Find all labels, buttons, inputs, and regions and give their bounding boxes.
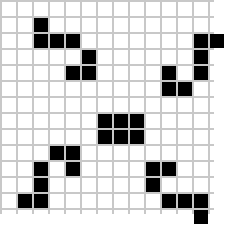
- grid-cell-r0c7[interactable]: [114, 2, 128, 16]
- grid-cell-r1c7[interactable]: [114, 18, 128, 32]
- grid-cell-r1c8[interactable]: [130, 18, 144, 32]
- grid-cell-r10c4[interactable]: [66, 162, 80, 176]
- grid-cell-r9c0[interactable]: [2, 146, 16, 160]
- grid-cell-r13c9[interactable]: [146, 210, 160, 224]
- grid-cell-r2c11[interactable]: [178, 34, 192, 48]
- grid-cell-r4c14[interactable]: [226, 66, 240, 80]
- grid-cell-r14c1[interactable]: [18, 226, 32, 240]
- grid-cell-r0c2[interactable]: [34, 2, 48, 16]
- grid-cell-r5c8[interactable]: [130, 82, 144, 96]
- grid-cell-r6c5[interactable]: [82, 98, 96, 112]
- grid-cell-r8c14[interactable]: [226, 130, 240, 144]
- grid-cell-r5c11[interactable]: [178, 82, 192, 96]
- grid-cell-r2c14[interactable]: [226, 34, 240, 48]
- grid-cell-r3c14[interactable]: [226, 50, 240, 64]
- grid-cell-r4c2[interactable]: [34, 66, 48, 80]
- grid-cell-r1c5[interactable]: [82, 18, 96, 32]
- grid-cell-r8c7[interactable]: [114, 130, 128, 144]
- grid-cell-r2c4[interactable]: [66, 34, 80, 48]
- grid-cell-r14c7[interactable]: [114, 226, 128, 240]
- grid-cell-r7c7[interactable]: [114, 114, 128, 128]
- grid-cell-r8c1[interactable]: [18, 130, 32, 144]
- grid-cell-r8c10[interactable]: [162, 130, 176, 144]
- grid-cell-r10c3[interactable]: [50, 162, 64, 176]
- grid-cell-r4c6[interactable]: [98, 66, 112, 80]
- grid-cell-r5c6[interactable]: [98, 82, 112, 96]
- grid-cell-r7c12[interactable]: [194, 114, 208, 128]
- grid-cell-r11c9[interactable]: [146, 178, 160, 192]
- grid-cell-r3c4[interactable]: [66, 50, 80, 64]
- grid-cell-r12c0[interactable]: [2, 194, 16, 208]
- grid-cell-r6c6[interactable]: [98, 98, 112, 112]
- grid-cell-r13c7[interactable]: [114, 210, 128, 224]
- grid-cell-r10c2[interactable]: [34, 162, 48, 176]
- grid-cell-r12c13[interactable]: [210, 194, 224, 208]
- grid-cell-r2c6[interactable]: [98, 34, 112, 48]
- grid-cell-r2c5[interactable]: [82, 34, 96, 48]
- grid-cell-r0c1[interactable]: [18, 2, 32, 16]
- grid-cell-r6c8[interactable]: [130, 98, 144, 112]
- grid-cell-r8c8[interactable]: [130, 130, 144, 144]
- grid-cell-r4c13[interactable]: [210, 66, 224, 80]
- grid-cell-r3c10[interactable]: [162, 50, 176, 64]
- grid-cell-r9c11[interactable]: [178, 146, 192, 160]
- grid-cell-r7c10[interactable]: [162, 114, 176, 128]
- grid-cell-r1c0[interactable]: [2, 18, 16, 32]
- grid-cell-r0c12[interactable]: [194, 2, 208, 16]
- grid-cell-r3c8[interactable]: [130, 50, 144, 64]
- grid-cell-r14c12[interactable]: [194, 226, 208, 240]
- grid-cell-r11c7[interactable]: [114, 178, 128, 192]
- grid-cell-r14c6[interactable]: [98, 226, 112, 240]
- grid-cell-r8c0[interactable]: [2, 130, 16, 144]
- grid-cell-r7c1[interactable]: [18, 114, 32, 128]
- grid-cell-r14c9[interactable]: [146, 226, 160, 240]
- grid-cell-r7c5[interactable]: [82, 114, 96, 128]
- grid-cell-r5c14[interactable]: [226, 82, 240, 96]
- grid-cell-r13c0[interactable]: [2, 210, 16, 224]
- grid-cell-r11c11[interactable]: [178, 178, 192, 192]
- grid-cell-r7c4[interactable]: [66, 114, 80, 128]
- grid-cell-r1c12[interactable]: [194, 18, 208, 32]
- grid-cell-r3c12[interactable]: [194, 50, 208, 64]
- grid-cell-r4c3[interactable]: [50, 66, 64, 80]
- grid-cell-r12c8[interactable]: [130, 194, 144, 208]
- grid-cell-r5c2[interactable]: [34, 82, 48, 96]
- grid-cell-r0c3[interactable]: [50, 2, 64, 16]
- grid-cell-r5c13[interactable]: [210, 82, 224, 96]
- grid-cell-r7c14[interactable]: [226, 114, 240, 128]
- grid-cell-r12c5[interactable]: [82, 194, 96, 208]
- grid-cell-r9c7[interactable]: [114, 146, 128, 160]
- grid-cell-r5c3[interactable]: [50, 82, 64, 96]
- grid-cell-r2c8[interactable]: [130, 34, 144, 48]
- grid-cell-r3c1[interactable]: [18, 50, 32, 64]
- grid-cell-r10c1[interactable]: [18, 162, 32, 176]
- grid-cell-r11c3[interactable]: [50, 178, 64, 192]
- grid-cell-r13c11[interactable]: [178, 210, 192, 224]
- grid-cell-r14c13[interactable]: [210, 226, 224, 240]
- grid-cell-r3c7[interactable]: [114, 50, 128, 64]
- grid-cell-r0c0[interactable]: [2, 2, 16, 16]
- grid-cell-r6c0[interactable]: [2, 98, 16, 112]
- grid-cell-r1c9[interactable]: [146, 18, 160, 32]
- grid-cell-r8c4[interactable]: [66, 130, 80, 144]
- grid-cell-r1c14[interactable]: [226, 18, 240, 32]
- grid-cell-r3c9[interactable]: [146, 50, 160, 64]
- grid-cell-r7c13[interactable]: [210, 114, 224, 128]
- grid-cell-r0c13[interactable]: [210, 2, 224, 16]
- grid-cell-r8c6[interactable]: [98, 130, 112, 144]
- grid-cell-r10c8[interactable]: [130, 162, 144, 176]
- grid-cell-r9c1[interactable]: [18, 146, 32, 160]
- grid-cell-r7c11[interactable]: [178, 114, 192, 128]
- grid-cell-r9c4[interactable]: [66, 146, 80, 160]
- grid-cell-r4c1[interactable]: [18, 66, 32, 80]
- grid-cell-r13c13[interactable]: [210, 210, 224, 224]
- grid-cell-r14c5[interactable]: [82, 226, 96, 240]
- grid-cell-r5c5[interactable]: [82, 82, 96, 96]
- grid-cell-r10c12[interactable]: [194, 162, 208, 176]
- grid-cell-r1c11[interactable]: [178, 18, 192, 32]
- grid-cell-r2c1[interactable]: [18, 34, 32, 48]
- grid-cell-r11c6[interactable]: [98, 178, 112, 192]
- grid-cell-r12c2[interactable]: [34, 194, 48, 208]
- grid-cell-r14c2[interactable]: [34, 226, 48, 240]
- grid-cell-r13c2[interactable]: [34, 210, 48, 224]
- grid-cell-r6c9[interactable]: [146, 98, 160, 112]
- grid-cell-r9c2[interactable]: [34, 146, 48, 160]
- grid-cell-r9c9[interactable]: [146, 146, 160, 160]
- grid-cell-r12c14[interactable]: [226, 194, 240, 208]
- grid-cell-r9c8[interactable]: [130, 146, 144, 160]
- grid-cell-r14c14[interactable]: [226, 226, 240, 240]
- grid-cell-r5c12[interactable]: [194, 82, 208, 96]
- grid-cell-r9c14[interactable]: [226, 146, 240, 160]
- grid-cell-r9c10[interactable]: [162, 146, 176, 160]
- grid-cell-r7c6[interactable]: [98, 114, 112, 128]
- grid-cell-r11c14[interactable]: [226, 178, 240, 192]
- grid-cell-r0c4[interactable]: [66, 2, 80, 16]
- grid-cell-r9c12[interactable]: [194, 146, 208, 160]
- grid-cell-r3c0[interactable]: [2, 50, 16, 64]
- grid-cell-r6c10[interactable]: [162, 98, 176, 112]
- grid-cell-r12c10[interactable]: [162, 194, 176, 208]
- grid-cell-r7c9[interactable]: [146, 114, 160, 128]
- grid-cell-r0c9[interactable]: [146, 2, 160, 16]
- grid-cell-r11c12[interactable]: [194, 178, 208, 192]
- grid-cell-r5c1[interactable]: [18, 82, 32, 96]
- grid-cell-r5c7[interactable]: [114, 82, 128, 96]
- grid-cell-r3c11[interactable]: [178, 50, 192, 64]
- grid-cell-r6c1[interactable]: [18, 98, 32, 112]
- grid-cell-r3c13[interactable]: [210, 50, 224, 64]
- grid-cell-r0c6[interactable]: [98, 2, 112, 16]
- grid-cell-r13c12[interactable]: [194, 210, 208, 224]
- grid-cell-r2c0[interactable]: [2, 34, 16, 48]
- grid-cell-r4c7[interactable]: [114, 66, 128, 80]
- puzzle-grid: [0, 0, 214, 214]
- grid-cell-r13c4[interactable]: [66, 210, 80, 224]
- grid-cell-r9c5[interactable]: [82, 146, 96, 160]
- grid-cell-r4c8[interactable]: [130, 66, 144, 80]
- grid-cell-r6c11[interactable]: [178, 98, 192, 112]
- grid-cell-r10c11[interactable]: [178, 162, 192, 176]
- grid-cell-r3c5[interactable]: [82, 50, 96, 64]
- grid-cell-r11c10[interactable]: [162, 178, 176, 192]
- grid-cell-r13c1[interactable]: [18, 210, 32, 224]
- grid-cell-r14c4[interactable]: [66, 226, 80, 240]
- grid-cell-r7c3[interactable]: [50, 114, 64, 128]
- grid-cell-r8c9[interactable]: [146, 130, 160, 144]
- grid-cell-r4c0[interactable]: [2, 66, 16, 80]
- grid-cell-r0c14[interactable]: [226, 2, 240, 16]
- grid-cell-r2c2[interactable]: [34, 34, 48, 48]
- grid-cell-r13c8[interactable]: [130, 210, 144, 224]
- grid-cell-r14c0[interactable]: [2, 226, 16, 240]
- grid-cell-r6c12[interactable]: [194, 98, 208, 112]
- grid-cell-r14c8[interactable]: [130, 226, 144, 240]
- grid-cell-r12c11[interactable]: [178, 194, 192, 208]
- grid-cell-r5c4[interactable]: [66, 82, 80, 96]
- grid-cell-r0c10[interactable]: [162, 2, 176, 16]
- grid-cell-r1c2[interactable]: [34, 18, 48, 32]
- grid-cell-r11c1[interactable]: [18, 178, 32, 192]
- grid-cell-r13c5[interactable]: [82, 210, 96, 224]
- grid-cell-r6c7[interactable]: [114, 98, 128, 112]
- grid-cell-r10c5[interactable]: [82, 162, 96, 176]
- grid-cell-r7c2[interactable]: [34, 114, 48, 128]
- grid-cell-r4c9[interactable]: [146, 66, 160, 80]
- grid-cell-r6c3[interactable]: [50, 98, 64, 112]
- grid-cell-r7c8[interactable]: [130, 114, 144, 128]
- grid-cell-r13c14[interactable]: [226, 210, 240, 224]
- grid-cell-r12c12[interactable]: [194, 194, 208, 208]
- grid-cell-r11c2[interactable]: [34, 178, 48, 192]
- grid-cell-r6c14[interactable]: [226, 98, 240, 112]
- grid-cell-r3c3[interactable]: [50, 50, 64, 64]
- grid-cell-r9c13[interactable]: [210, 146, 224, 160]
- grid-cell-r12c9[interactable]: [146, 194, 160, 208]
- grid-cell-r4c11[interactable]: [178, 66, 192, 80]
- grid-cell-r4c5[interactable]: [82, 66, 96, 80]
- grid-cell-r13c3[interactable]: [50, 210, 64, 224]
- grid-cell-r2c3[interactable]: [50, 34, 64, 48]
- grid-cell-r9c3[interactable]: [50, 146, 64, 160]
- grid-cell-r10c10[interactable]: [162, 162, 176, 176]
- grid-cell-r4c12[interactable]: [194, 66, 208, 80]
- grid-cell-r12c1[interactable]: [18, 194, 32, 208]
- grid-cell-r3c2[interactable]: [34, 50, 48, 64]
- grid-cell-r5c9[interactable]: [146, 82, 160, 96]
- grid-cell-r2c9[interactable]: [146, 34, 160, 48]
- grid-cell-r1c1[interactable]: [18, 18, 32, 32]
- grid-cell-r11c13[interactable]: [210, 178, 224, 192]
- grid-cell-r9c6[interactable]: [98, 146, 112, 160]
- grid-cell-r14c10[interactable]: [162, 226, 176, 240]
- grid-cell-r7c0[interactable]: [2, 114, 16, 128]
- grid-cell-r10c0[interactable]: [2, 162, 16, 176]
- grid-cell-r14c3[interactable]: [50, 226, 64, 240]
- grid-cell-r6c2[interactable]: [34, 98, 48, 112]
- grid-cell-r0c8[interactable]: [130, 2, 144, 16]
- grid-cell-r10c6[interactable]: [98, 162, 112, 176]
- grid-cell-r2c10[interactable]: [162, 34, 176, 48]
- grid-cell-r12c6[interactable]: [98, 194, 112, 208]
- grid-cell-r8c5[interactable]: [82, 130, 96, 144]
- grid-cell-r6c4[interactable]: [66, 98, 80, 112]
- grid-cell-r8c13[interactable]: [210, 130, 224, 144]
- grid-cell-r10c9[interactable]: [146, 162, 160, 176]
- grid-cell-r0c11[interactable]: [178, 2, 192, 16]
- grid-cell-r10c13[interactable]: [210, 162, 224, 176]
- grid-cell-r12c3[interactable]: [50, 194, 64, 208]
- grid-cell-r11c8[interactable]: [130, 178, 144, 192]
- grid-cell-r8c12[interactable]: [194, 130, 208, 144]
- grid-cell-r5c10[interactable]: [162, 82, 176, 96]
- grid-cell-r13c6[interactable]: [98, 210, 112, 224]
- grid-cell-r12c7[interactable]: [114, 194, 128, 208]
- grid-cell-r11c5[interactable]: [82, 178, 96, 192]
- grid-cell-r8c11[interactable]: [178, 130, 192, 144]
- grid-cell-r6c13[interactable]: [210, 98, 224, 112]
- grid-cell-r13c10[interactable]: [162, 210, 176, 224]
- grid-cell-r8c3[interactable]: [50, 130, 64, 144]
- grid-cell-r8c2[interactable]: [34, 130, 48, 144]
- grid-cell-r12c4[interactable]: [66, 194, 80, 208]
- grid-cell-r10c7[interactable]: [114, 162, 128, 176]
- grid-cell-r2c7[interactable]: [114, 34, 128, 48]
- grid-cell-r2c13[interactable]: [210, 34, 224, 48]
- grid-cell-r1c10[interactable]: [162, 18, 176, 32]
- grid-cell-r11c4[interactable]: [66, 178, 80, 192]
- grid-cell-r1c13[interactable]: [210, 18, 224, 32]
- grid-cell-r5c0[interactable]: [2, 82, 16, 96]
- grid-cell-r11c0[interactable]: [2, 178, 16, 192]
- grid-cell-r14c11[interactable]: [178, 226, 192, 240]
- grid-cell-r10c14[interactable]: [226, 162, 240, 176]
- grid-cell-r4c4[interactable]: [66, 66, 80, 80]
- grid-cell-r0c5[interactable]: [82, 2, 96, 16]
- grid-cell-r1c3[interactable]: [50, 18, 64, 32]
- grid-cell-r1c4[interactable]: [66, 18, 80, 32]
- grid-cell-r3c6[interactable]: [98, 50, 112, 64]
- grid-cell-r1c6[interactable]: [98, 18, 112, 32]
- grid-cell-r2c12[interactable]: [194, 34, 208, 48]
- puzzle-board-wrapper: [0, 0, 242, 242]
- grid-cell-r4c10[interactable]: [162, 66, 176, 80]
